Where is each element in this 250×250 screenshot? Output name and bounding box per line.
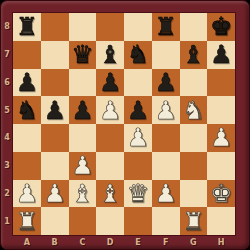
square-h7[interactable]: ♟	[207, 41, 235, 69]
rank-label-2: 2	[1, 180, 13, 208]
piece-black-pawn: ♟	[127, 97, 149, 124]
piece-black-rook: ♜	[16, 13, 38, 40]
file-label-d: D	[96, 235, 124, 250]
square-a2[interactable]: ♟	[13, 180, 41, 208]
square-e4[interactable]: ♟	[124, 124, 152, 152]
square-e2[interactable]: ♛	[124, 180, 152, 208]
piece-white-rook: ♜	[16, 208, 38, 235]
square-f6[interactable]: ♟	[152, 69, 180, 97]
square-b6[interactable]	[41, 69, 69, 97]
square-c7[interactable]: ♛	[69, 41, 97, 69]
square-h4[interactable]: ♟	[207, 124, 235, 152]
square-b1[interactable]	[41, 207, 69, 235]
square-a8[interactable]: ♜	[13, 13, 41, 41]
square-d7[interactable]: ♝	[96, 41, 124, 69]
square-d5[interactable]: ♟	[96, 96, 124, 124]
square-d3[interactable]	[96, 152, 124, 180]
square-g2[interactable]	[180, 180, 208, 208]
square-d4[interactable]	[96, 124, 124, 152]
file-label-c: C	[69, 235, 97, 250]
piece-black-rook: ♜	[154, 13, 176, 40]
square-h6[interactable]	[207, 69, 235, 97]
square-c6[interactable]	[69, 69, 97, 97]
square-e5[interactable]: ♟	[124, 96, 152, 124]
piece-black-king: ♚	[210, 13, 232, 40]
piece-black-knight: ♞	[127, 41, 149, 68]
square-c2[interactable]: ♝	[69, 180, 97, 208]
piece-black-bishop: ♝	[182, 41, 204, 68]
piece-black-pawn: ♟	[43, 97, 65, 124]
piece-white-pawn: ♟	[210, 124, 232, 151]
square-a5[interactable]: ♞	[13, 96, 41, 124]
piece-white-pawn: ♟	[99, 97, 121, 124]
square-b3[interactable]	[41, 152, 69, 180]
square-h5[interactable]	[207, 96, 235, 124]
square-b4[interactable]	[41, 124, 69, 152]
file-label-h: H	[207, 235, 235, 250]
piece-white-knight: ♞	[182, 97, 204, 124]
square-f2[interactable]: ♟	[152, 180, 180, 208]
file-label-b: B	[41, 235, 69, 250]
square-h8[interactable]: ♚	[207, 13, 235, 41]
square-f5[interactable]: ♟	[152, 96, 180, 124]
piece-white-bishop: ♝	[71, 180, 93, 207]
rank-labels: 87654321	[1, 13, 13, 235]
piece-black-queen: ♛	[71, 41, 93, 68]
piece-black-pawn: ♟	[99, 69, 121, 96]
square-e6[interactable]	[124, 69, 152, 97]
file-label-e: E	[124, 235, 152, 250]
square-f4[interactable]	[152, 124, 180, 152]
piece-black-pawn: ♟	[210, 41, 232, 68]
square-f7[interactable]	[152, 41, 180, 69]
square-b2[interactable]: ♟	[41, 180, 69, 208]
square-b8[interactable]	[41, 13, 69, 41]
rank-label-4: 4	[1, 124, 13, 152]
rank-label-1: 1	[1, 207, 13, 235]
square-f3[interactable]	[152, 152, 180, 180]
square-c8[interactable]	[69, 13, 97, 41]
rank-label-8: 8	[1, 13, 13, 41]
piece-black-pawn: ♟	[16, 69, 38, 96]
piece-white-pawn: ♟	[71, 152, 93, 179]
square-e1[interactable]	[124, 207, 152, 235]
square-g4[interactable]	[180, 124, 208, 152]
square-h2[interactable]: ♚	[207, 180, 235, 208]
rank-label-5: 5	[1, 96, 13, 124]
square-e8[interactable]	[124, 13, 152, 41]
square-a1[interactable]: ♜	[13, 207, 41, 235]
piece-white-pawn: ♟	[127, 124, 149, 151]
square-a3[interactable]	[13, 152, 41, 180]
square-g6[interactable]	[180, 69, 208, 97]
piece-white-queen: ♛	[127, 180, 149, 207]
square-h3[interactable]	[207, 152, 235, 180]
square-g7[interactable]: ♝	[180, 41, 208, 69]
square-a4[interactable]	[13, 124, 41, 152]
rank-label-7: 7	[1, 41, 13, 69]
square-e7[interactable]: ♞	[124, 41, 152, 69]
square-g1[interactable]: ♜	[180, 207, 208, 235]
file-label-a: A	[13, 235, 41, 250]
board-frame: 87654321 ABCDEFGH ♜♜♚♛♝♞♝♟♟♟♟♞♟♟♟♟♟♞♟♟♟♟…	[0, 0, 250, 250]
square-g5[interactable]: ♞	[180, 96, 208, 124]
rank-label-6: 6	[1, 69, 13, 97]
square-c4[interactable]	[69, 124, 97, 152]
piece-white-pawn: ♟	[154, 97, 176, 124]
square-c5[interactable]: ♟	[69, 96, 97, 124]
square-c1[interactable]	[69, 207, 97, 235]
file-label-g: G	[180, 235, 208, 250]
square-d8[interactable]	[96, 13, 124, 41]
square-h1[interactable]	[207, 207, 235, 235]
square-b7[interactable]	[41, 41, 69, 69]
square-b5[interactable]: ♟	[41, 96, 69, 124]
rank-label-3: 3	[1, 152, 13, 180]
square-g8[interactable]	[180, 13, 208, 41]
square-d2[interactable]: ♝	[96, 180, 124, 208]
board: ♜♜♚♛♝♞♝♟♟♟♟♞♟♟♟♟♟♞♟♟♟♟♟♝♝♛♟♚♜♜	[13, 13, 235, 235]
file-labels: ABCDEFGH	[13, 235, 235, 250]
square-c3[interactable]: ♟	[69, 152, 97, 180]
piece-white-pawn: ♟	[154, 180, 176, 207]
piece-black-pawn: ♟	[154, 69, 176, 96]
square-e3[interactable]	[124, 152, 152, 180]
square-g3[interactable]	[180, 152, 208, 180]
piece-white-bishop: ♝	[99, 180, 121, 207]
piece-white-king: ♚	[210, 180, 232, 207]
piece-white-rook: ♜	[182, 208, 204, 235]
square-d1[interactable]	[96, 207, 124, 235]
piece-black-knight: ♞	[16, 97, 38, 124]
piece-white-pawn: ♟	[16, 180, 38, 207]
piece-white-pawn: ♟	[43, 180, 65, 207]
square-f8[interactable]: ♜	[152, 13, 180, 41]
piece-black-bishop: ♝	[99, 41, 121, 68]
square-a7[interactable]	[13, 41, 41, 69]
square-a6[interactable]: ♟	[13, 69, 41, 97]
square-f1[interactable]	[152, 207, 180, 235]
file-label-f: F	[152, 235, 180, 250]
piece-black-pawn: ♟	[71, 97, 93, 124]
square-d6[interactable]: ♟	[96, 69, 124, 97]
